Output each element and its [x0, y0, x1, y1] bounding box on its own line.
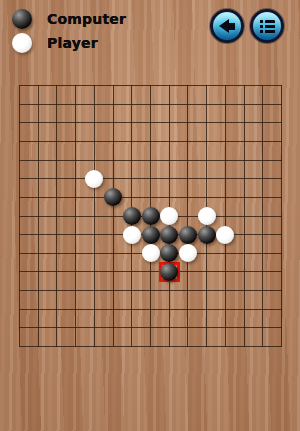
stone-white — [123, 226, 141, 244]
grid-hline — [19, 346, 282, 347]
stone-black — [142, 226, 160, 244]
stone-black — [198, 226, 216, 244]
stone-white — [142, 244, 160, 262]
stone-black — [123, 207, 141, 225]
menu-button[interactable] — [250, 9, 284, 43]
stone-black — [160, 263, 178, 281]
grid-hline — [19, 290, 282, 291]
stone-black — [160, 244, 178, 262]
stone-white — [216, 226, 234, 244]
stone-black — [104, 188, 122, 206]
stone-black — [160, 226, 178, 244]
stone-black — [142, 207, 160, 225]
stone-white — [179, 244, 197, 262]
grid-vline — [244, 85, 245, 347]
menu-list-icon — [260, 20, 275, 33]
gomoku-board[interactable] — [19, 85, 282, 347]
stone-white — [85, 170, 103, 188]
stone-white — [198, 207, 216, 225]
back-button[interactable] — [210, 9, 244, 43]
grid-vline — [262, 85, 263, 347]
grid-hline — [19, 271, 282, 272]
gomoku-app-screen: Computer Player — [0, 0, 300, 431]
grid-hline — [19, 309, 282, 310]
grid-vline — [187, 85, 188, 347]
back-arrow-tail — [228, 23, 235, 30]
grid-vline — [281, 85, 282, 347]
stone-white — [160, 207, 178, 225]
stone-black — [179, 226, 197, 244]
back-arrow-icon — [219, 19, 235, 33]
grid-vline — [225, 85, 226, 347]
toolbar — [0, 9, 300, 43]
grid-hline — [19, 327, 282, 328]
